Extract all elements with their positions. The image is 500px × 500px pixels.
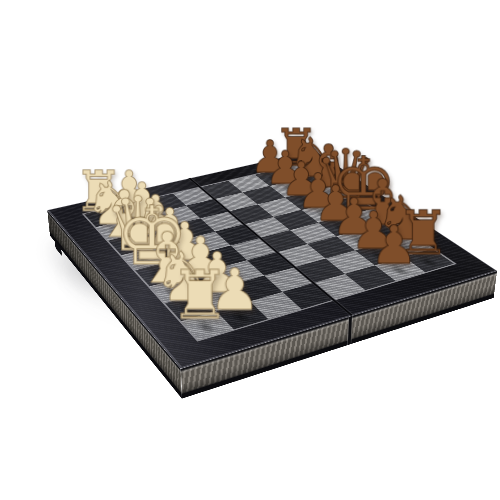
- fold-seam-side-gap: [348, 316, 352, 345]
- black-pawn-icon: ♟: [352, 219, 437, 272]
- chess-set-product-photo: ♜♞♝♛♚♝♞♜♟♟♟♟♟♟♟♟♟♟♟♟♟♟♟♟♜♞♝♛♚♝♞♜: [0, 0, 500, 500]
- white-rook-icon: ♜: [154, 261, 247, 328]
